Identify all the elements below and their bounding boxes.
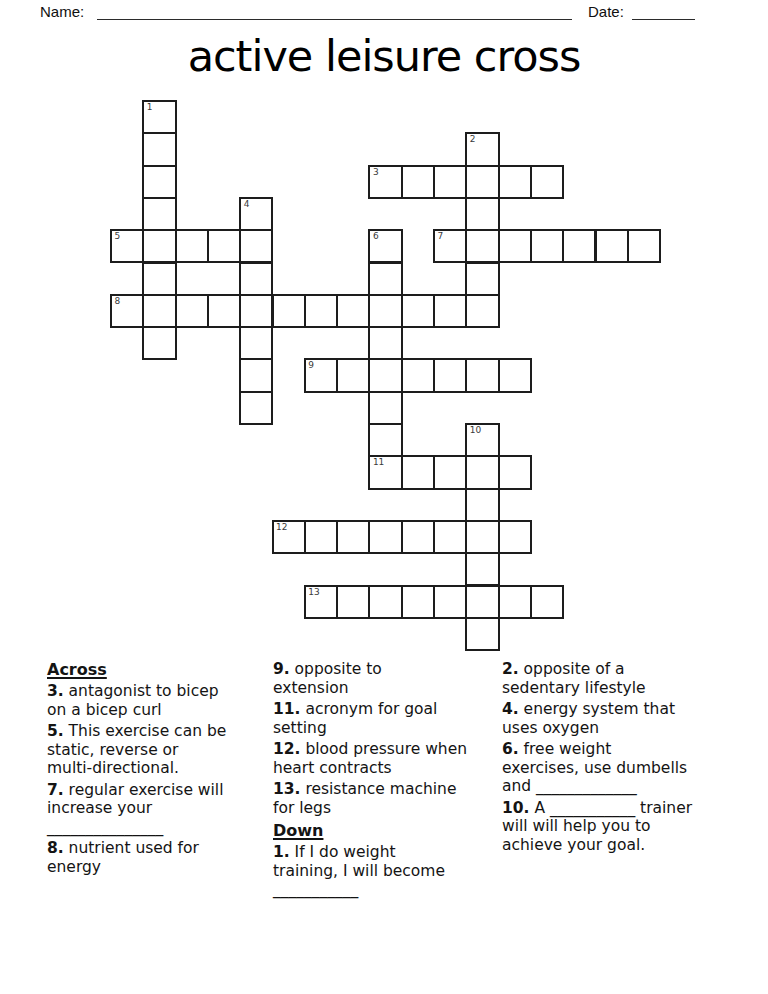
grid-cell[interactable]	[595, 229, 629, 263]
cell-number: 6	[373, 231, 379, 242]
grid-cell[interactable]	[498, 455, 532, 489]
clue-text: 8. nutrient used for	[47, 839, 269, 858]
grid-cell[interactable]	[239, 358, 273, 392]
clue-text: ___________	[273, 880, 495, 899]
grid-cell[interactable]	[401, 585, 435, 619]
clue-text: will will help you to	[502, 817, 724, 836]
clue-item: 7. regular exercise willincrease your___…	[47, 781, 269, 837]
clue-text: for legs	[273, 799, 495, 818]
grid-cell[interactable]: 13	[304, 585, 338, 619]
grid-cell[interactable]	[465, 552, 499, 586]
grid-cell[interactable]	[142, 326, 176, 360]
clue-number: 11.	[273, 700, 300, 718]
grid-cell[interactable]	[627, 229, 661, 263]
clue-number: 6.	[502, 740, 519, 758]
clue-text: on a bicep curl	[47, 701, 269, 720]
grid-cell[interactable]	[433, 165, 467, 199]
cell-number: 5	[115, 231, 121, 242]
grid-cell[interactable]	[498, 229, 532, 263]
clue-number: 2.	[502, 660, 519, 678]
grid-cell[interactable]	[142, 165, 176, 199]
clue-number: 5.	[47, 722, 64, 740]
cell-number: 11	[373, 457, 384, 468]
grid-cell[interactable]	[433, 294, 467, 328]
grid-cell[interactable]	[304, 520, 338, 554]
grid-cell[interactable]	[433, 358, 467, 392]
cell-number: 2	[470, 134, 476, 145]
grid-cell[interactable]	[465, 358, 499, 392]
grid-cell[interactable]: 6	[368, 229, 402, 263]
cell-number: 4	[244, 199, 250, 210]
grid-cell[interactable]: 11	[368, 455, 402, 489]
grid-cell[interactable]	[142, 262, 176, 296]
grid-cell[interactable]	[465, 229, 499, 263]
date-blank-line[interactable]	[632, 3, 695, 20]
grid-cell[interactable]: 3	[368, 165, 402, 199]
grid-cell[interactable]	[142, 294, 176, 328]
grid-cell[interactable]: 1	[142, 100, 176, 134]
clue-text: heart contracts	[273, 759, 495, 778]
grid-cell[interactable]	[401, 358, 435, 392]
clue-text: 4. energy system that	[502, 700, 724, 719]
crossword-grid: 12345678910111213	[110, 100, 662, 652]
clue-item: 5. This exercise can bestatic, reverse o…	[47, 722, 269, 778]
grid-cell[interactable]: 2	[465, 132, 499, 166]
grid-cell[interactable]	[368, 585, 402, 619]
clue-item: 6. free weightexercises, use dumbellsand…	[502, 740, 724, 796]
clue-item: 3. antagonist to bicepon a bicep curl	[47, 682, 269, 719]
grid-cell[interactable]: 9	[304, 358, 338, 392]
grid-cell[interactable]: 10	[465, 423, 499, 457]
clue-text: 11. acronym for goal	[273, 700, 495, 719]
cell-number: 3	[373, 167, 379, 178]
grid-cell[interactable]	[336, 294, 370, 328]
grid-cell[interactable]: 4	[239, 197, 273, 231]
clue-item: 9. opposite toextension	[273, 660, 495, 697]
grid-cell[interactable]: 5	[110, 229, 144, 263]
cell-number: 8	[115, 296, 121, 307]
clue-text: sedentary lifestyle	[502, 679, 724, 698]
grid-cell[interactable]	[239, 229, 273, 263]
clue-text: 1. If I do weight	[273, 843, 495, 862]
clue-text: setting	[273, 719, 495, 738]
clue-text: static, reverse or	[47, 741, 269, 760]
clue-item: 10. A ___________ trainerwill will help …	[502, 799, 724, 855]
cell-number: 13	[308, 587, 319, 598]
grid-cell[interactable]	[498, 585, 532, 619]
grid-cell[interactable]	[530, 165, 564, 199]
grid-cell[interactable]	[142, 132, 176, 166]
grid-cell[interactable]	[207, 229, 241, 263]
cell-number: 12	[276, 522, 287, 533]
grid-cell[interactable]	[465, 165, 499, 199]
cell-number: 9	[308, 360, 314, 371]
clue-number: 8.	[47, 839, 64, 857]
grid-cell[interactable]	[433, 520, 467, 554]
clue-item: 13. resistance machinefor legs	[273, 780, 495, 817]
clue-text: uses oxygen	[502, 719, 724, 738]
grid-cell[interactable]	[239, 294, 273, 328]
clue-text: and _____________	[502, 777, 724, 796]
name-label: Name:	[40, 3, 84, 20]
grid-cell[interactable]	[304, 294, 338, 328]
grid-cell[interactable]	[239, 391, 273, 425]
clue-text: _______________	[47, 818, 269, 837]
clue-text: exercises, use dumbells	[502, 759, 724, 778]
clue-text: 3. antagonist to bicep	[47, 682, 269, 701]
grid-cell[interactable]	[272, 294, 306, 328]
clue-text: energy	[47, 858, 269, 877]
down-heading: Down	[273, 821, 495, 840]
grid-cell[interactable]	[465, 585, 499, 619]
grid-cell[interactable]: 8	[110, 294, 144, 328]
grid-cell[interactable]	[207, 294, 241, 328]
grid-cell[interactable]	[465, 488, 499, 522]
grid-cell[interactable]	[368, 423, 402, 457]
grid-cell[interactable]	[465, 294, 499, 328]
clue-item: 8. nutrient used forenergy	[47, 839, 269, 876]
grid-cell[interactable]	[401, 455, 435, 489]
grid-cell[interactable]	[239, 326, 273, 360]
grid-cell[interactable]	[498, 165, 532, 199]
grid-cell[interactable]	[433, 455, 467, 489]
clue-text: increase your	[47, 799, 269, 818]
clue-number: 3.	[47, 682, 64, 700]
grid-cell[interactable]	[465, 520, 499, 554]
grid-cell[interactable]	[530, 229, 564, 263]
clue-text: 13. resistance machine	[273, 780, 495, 799]
across-heading: Across	[47, 660, 269, 679]
grid-cell[interactable]	[401, 294, 435, 328]
date-label: Date:	[588, 3, 624, 20]
grid-cell[interactable]	[336, 358, 370, 392]
grid-cell[interactable]	[368, 294, 402, 328]
grid-cell[interactable]	[175, 294, 209, 328]
grid-cell[interactable]	[433, 585, 467, 619]
grid-cell[interactable]	[530, 585, 564, 619]
clue-number: 7.	[47, 781, 64, 799]
clue-number: 1.	[273, 843, 290, 861]
grid-cell[interactable]	[465, 455, 499, 489]
grid-cell[interactable]	[562, 229, 596, 263]
clue-text: 6. free weight	[502, 740, 724, 759]
cell-number: 7	[438, 231, 444, 242]
clue-number: 10.	[502, 799, 529, 817]
clue-text: 10. A ___________ trainer	[502, 799, 724, 818]
clue-text: multi-directional.	[47, 759, 269, 778]
cell-number: 10	[470, 425, 481, 436]
clue-column: 2. opposite of asedentary lifestyle4. en…	[502, 660, 724, 857]
grid-cell[interactable]	[498, 358, 532, 392]
grid-cell[interactable]	[368, 326, 402, 360]
grid-cell[interactable]	[401, 165, 435, 199]
clue-number: 12.	[273, 740, 300, 758]
grid-cell[interactable]	[465, 197, 499, 231]
grid-cell[interactable]	[368, 391, 402, 425]
clue-item: 12. blood pressure whenheart contracts	[273, 740, 495, 777]
grid-cell[interactable]	[142, 229, 176, 263]
grid-cell[interactable]	[401, 520, 435, 554]
clue-text: 5. This exercise can be	[47, 722, 269, 741]
clue-text: 7. regular exercise will	[47, 781, 269, 800]
grid-cell[interactable]	[465, 617, 499, 651]
grid-cell[interactable]	[142, 197, 176, 231]
clue-item: 2. opposite of asedentary lifestyle	[502, 660, 724, 697]
clue-item: 11. acronym for goalsetting	[273, 700, 495, 737]
grid-cell[interactable]	[465, 262, 499, 296]
clue-number: 4.	[502, 700, 519, 718]
puzzle-title: active leisure cross	[0, 31, 768, 81]
grid-cell[interactable]: 7	[433, 229, 467, 263]
clue-text: 12. blood pressure when	[273, 740, 495, 759]
clue-column: 9. opposite toextension11. acronym for g…	[273, 660, 495, 902]
grid-cell[interactable]: 12	[272, 520, 306, 554]
clue-text: extension	[273, 679, 495, 698]
grid-cell[interactable]	[336, 520, 370, 554]
grid-cell[interactable]	[368, 262, 402, 296]
grid-cell[interactable]	[175, 229, 209, 263]
clue-item: 4. energy system thatuses oxygen	[502, 700, 724, 737]
name-blank-line[interactable]	[97, 3, 572, 20]
clue-number: 9.	[273, 660, 290, 678]
cell-number: 1	[147, 102, 153, 113]
clue-text: training, I will become	[273, 862, 495, 881]
grid-cell[interactable]	[239, 262, 273, 296]
clue-item: 1. If I do weighttraining, I will become…	[273, 843, 495, 899]
grid-cell[interactable]	[368, 520, 402, 554]
grid-cell[interactable]	[498, 520, 532, 554]
clue-text: 2. opposite of a	[502, 660, 724, 679]
grid-cell[interactable]	[336, 585, 370, 619]
clue-text: achieve your goal.	[502, 836, 724, 855]
grid-cell[interactable]	[368, 358, 402, 392]
clue-text: 9. opposite to	[273, 660, 495, 679]
clue-column: Across3. antagonist to bicepon a bicep c…	[47, 660, 269, 879]
clue-number: 13.	[273, 780, 300, 798]
